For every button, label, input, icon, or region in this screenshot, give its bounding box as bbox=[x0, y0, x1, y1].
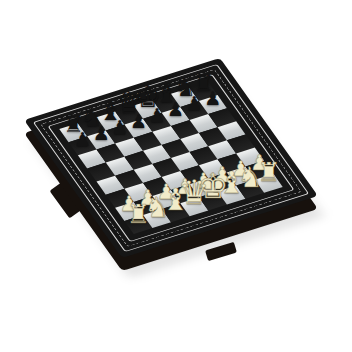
black-pawn[interactable]: ♟ bbox=[149, 106, 166, 125]
black-pawn[interactable]: ♟ bbox=[204, 89, 221, 108]
black-pawn[interactable]: ♟ bbox=[74, 130, 91, 149]
black-pawn[interactable]: ♟ bbox=[93, 124, 110, 143]
black-pawn[interactable]: ♟ bbox=[167, 100, 184, 119]
black-pawn[interactable]: ♟ bbox=[186, 94, 203, 113]
product-photo: ♜♞♝♟♚♟♛♟♝♟♞♟♜♟♟♟♟♟♟♜♟♞♟♝♟♚♟♛♟♝♞♜ bbox=[0, 0, 352, 352]
black-pawn[interactable]: ♟ bbox=[111, 118, 128, 137]
black-pawn[interactable]: ♟ bbox=[130, 112, 147, 131]
white-rook[interactable]: ♜ bbox=[127, 202, 150, 228]
